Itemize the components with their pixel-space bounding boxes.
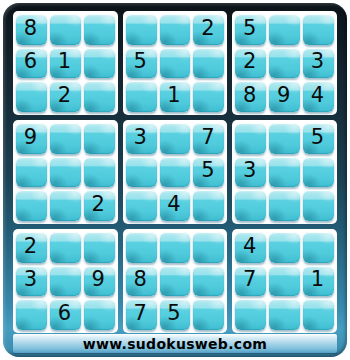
cell-digit: 4 <box>167 194 180 215</box>
cell-digit: 2 <box>24 236 37 257</box>
cell-digit: 3 <box>243 160 256 181</box>
box-2-2: 3754 <box>123 120 228 224</box>
box-1-2: 251 <box>123 11 228 115</box>
cell-r5c7[interactable]: 3 <box>235 157 266 188</box>
sudoku-app: 8612251523894923754532396875471 www.sudo… <box>0 0 350 360</box>
cell-digit: 5 <box>133 51 146 72</box>
cell-r4c9[interactable]: 5 <box>303 123 334 154</box>
cell-r8c8[interactable] <box>269 266 300 297</box>
cell-r8c1[interactable]: 3 <box>16 266 47 297</box>
cell-r6c9[interactable] <box>303 190 334 221</box>
cell-r8c4[interactable]: 8 <box>126 266 157 297</box>
cell-digit: 9 <box>24 127 37 148</box>
box-1-3: 523894 <box>232 11 337 115</box>
cell-r5c4[interactable] <box>126 157 157 188</box>
cell-r3c2[interactable]: 2 <box>50 81 81 112</box>
cell-r3c3[interactable] <box>84 81 115 112</box>
cell-r1c8[interactable] <box>269 14 300 45</box>
cell-digit: 3 <box>311 51 324 72</box>
cell-digit: 3 <box>133 127 146 148</box>
cell-digit: 8 <box>133 269 146 290</box>
cell-r3c1[interactable] <box>16 81 47 112</box>
cell-r3c9[interactable]: 4 <box>303 81 334 112</box>
cell-digit: 7 <box>133 303 146 324</box>
cell-r1c3[interactable] <box>84 14 115 45</box>
cell-r7c2[interactable] <box>50 232 81 263</box>
cell-r6c4[interactable] <box>126 190 157 221</box>
cell-digit: 5 <box>311 127 324 148</box>
cell-r1c1[interactable]: 8 <box>16 14 47 45</box>
cell-r1c4[interactable] <box>126 14 157 45</box>
cell-r7c8[interactable] <box>269 232 300 263</box>
cell-r7c4[interactable] <box>126 232 157 263</box>
cell-r3c5[interactable]: 1 <box>160 81 191 112</box>
cell-r9c3[interactable] <box>84 299 115 330</box>
box-2-3: 53 <box>232 120 337 224</box>
sudoku-board: 8612251523894923754532396875471 <box>13 11 337 333</box>
box-3-2: 875 <box>123 229 228 333</box>
cell-r9c9[interactable] <box>303 299 334 330</box>
cell-r4c7[interactable] <box>235 123 266 154</box>
cell-r9c4[interactable]: 7 <box>126 299 157 330</box>
cell-r6c3[interactable]: 2 <box>84 190 115 221</box>
cell-r1c5[interactable] <box>160 14 191 45</box>
cell-r8c3[interactable]: 9 <box>84 266 115 297</box>
cell-r6c1[interactable] <box>16 190 47 221</box>
cell-r4c6[interactable]: 7 <box>193 123 224 154</box>
cell-r9c8[interactable] <box>269 299 300 330</box>
cell-digit: 1 <box>311 269 324 290</box>
box-1-1: 8612 <box>13 11 118 115</box>
cell-r2c5[interactable] <box>160 48 191 79</box>
cell-r8c5[interactable] <box>160 266 191 297</box>
cell-r9c2[interactable]: 6 <box>50 299 81 330</box>
cell-r2c4[interactable]: 5 <box>126 48 157 79</box>
cell-digit: 9 <box>92 269 105 290</box>
cell-r6c7[interactable] <box>235 190 266 221</box>
cell-r1c7[interactable]: 5 <box>235 14 266 45</box>
cell-r8c7[interactable]: 7 <box>235 266 266 297</box>
box-2-1: 92 <box>13 120 118 224</box>
cell-r6c8[interactable] <box>269 190 300 221</box>
cell-r2c6[interactable] <box>193 48 224 79</box>
box-3-1: 2396 <box>13 229 118 333</box>
board-frame: 8612251523894923754532396875471 www.sudo… <box>3 3 347 357</box>
footer-bar: www.sudokusweb.com <box>13 334 337 353</box>
cell-r2c3[interactable] <box>84 48 115 79</box>
cell-r5c1[interactable] <box>16 157 47 188</box>
cell-r2c2[interactable]: 1 <box>50 48 81 79</box>
cell-r5c8[interactable] <box>269 157 300 188</box>
cell-digit: 7 <box>201 127 214 148</box>
cell-digit: 6 <box>58 303 71 324</box>
cell-r4c5[interactable] <box>160 123 191 154</box>
cell-r4c3[interactable] <box>84 123 115 154</box>
cell-r5c3[interactable] <box>84 157 115 188</box>
cell-digit: 2 <box>243 51 256 72</box>
cell-digit: 5 <box>167 303 180 324</box>
cell-digit: 6 <box>24 51 37 72</box>
cell-digit: 8 <box>24 18 37 39</box>
cell-r4c8[interactable] <box>269 123 300 154</box>
cell-r5c9[interactable] <box>303 157 334 188</box>
cell-r7c5[interactable] <box>160 232 191 263</box>
cell-r9c1[interactable] <box>16 299 47 330</box>
cell-digit: 1 <box>58 51 71 72</box>
box-3-3: 471 <box>232 229 337 333</box>
cell-digit: 9 <box>277 85 290 106</box>
cell-r4c2[interactable] <box>50 123 81 154</box>
cell-r1c9[interactable] <box>303 14 334 45</box>
cell-r9c7[interactable] <box>235 299 266 330</box>
cell-r6c5[interactable]: 4 <box>160 190 191 221</box>
cell-r4c4[interactable]: 3 <box>126 123 157 154</box>
cell-r5c6[interactable]: 5 <box>193 157 224 188</box>
cell-digit: 1 <box>167 85 180 106</box>
cell-r6c2[interactable] <box>50 190 81 221</box>
cell-r7c9[interactable] <box>303 232 334 263</box>
cell-r3c7[interactable]: 8 <box>235 81 266 112</box>
cell-r2c1[interactable]: 6 <box>16 48 47 79</box>
cell-r5c5[interactable] <box>160 157 191 188</box>
cell-digit: 3 <box>24 269 37 290</box>
cell-r6c6[interactable] <box>193 190 224 221</box>
cell-r7c7[interactable]: 4 <box>235 232 266 263</box>
cell-r8c9[interactable]: 1 <box>303 266 334 297</box>
cell-r2c7[interactable]: 2 <box>235 48 266 79</box>
cell-digit: 7 <box>243 269 256 290</box>
cell-digit: 5 <box>243 18 256 39</box>
cell-r2c9[interactable]: 3 <box>303 48 334 79</box>
cell-r5c2[interactable] <box>50 157 81 188</box>
cell-r8c6[interactable] <box>193 266 224 297</box>
cell-digit: 4 <box>243 236 256 257</box>
cell-digit: 4 <box>311 85 324 106</box>
cell-digit: 8 <box>243 85 256 106</box>
cell-r9c5[interactable]: 5 <box>160 299 191 330</box>
cell-r4c1[interactable]: 9 <box>16 123 47 154</box>
cell-r3c4[interactable] <box>126 81 157 112</box>
cell-r1c2[interactable] <box>50 14 81 45</box>
cell-r2c8[interactable] <box>269 48 300 79</box>
cell-r7c6[interactable] <box>193 232 224 263</box>
cell-r3c8[interactable]: 9 <box>269 81 300 112</box>
site-url: www.sudokusweb.com <box>83 336 267 352</box>
cell-digit: 5 <box>201 160 214 181</box>
cell-r9c6[interactable] <box>193 299 224 330</box>
cell-r8c2[interactable] <box>50 266 81 297</box>
cell-r3c6[interactable] <box>193 81 224 112</box>
cell-digit: 2 <box>58 85 71 106</box>
cell-digit: 2 <box>92 194 105 215</box>
cell-r7c1[interactable]: 2 <box>16 232 47 263</box>
cell-digit: 2 <box>201 18 214 39</box>
cell-r7c3[interactable] <box>84 232 115 263</box>
cell-r1c6[interactable]: 2 <box>193 14 224 45</box>
